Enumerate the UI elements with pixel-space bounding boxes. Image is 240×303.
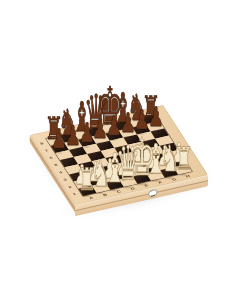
brand-stamp-mark [150,190,155,196]
brand-stamp-icon [148,188,157,198]
chess-set-product-photo[interactable]: ABCDEFGH 87654321 ♜♞♝♛♚♝♞♜♟♟♟♟♟♟♟♟♟♟♟♟♟♟… [0,0,240,303]
